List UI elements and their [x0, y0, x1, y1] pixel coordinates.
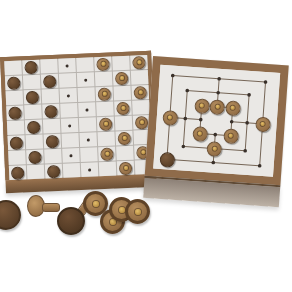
peg-hole-dot [87, 138, 90, 141]
brass-pin-icon [105, 152, 109, 156]
checkers-piece-f4[interactable] [99, 117, 113, 131]
checkers-square-b8[interactable] [22, 60, 40, 75]
morris-piece-e3[interactable] [223, 128, 239, 144]
checkers-piece-h6[interactable] [133, 86, 147, 100]
brass-pin-icon [101, 62, 105, 66]
checkers-square-d2[interactable] [62, 148, 80, 163]
peg-hole-dot [68, 124, 71, 127]
brass-pin-icon [231, 106, 235, 110]
morris-point-dot-d7[interactable] [217, 77, 221, 81]
brass-pin-icon [137, 60, 141, 64]
checkers-piece-c7[interactable] [43, 74, 57, 88]
checkers-piece-c1[interactable] [47, 164, 61, 178]
checkers-square-b1[interactable] [27, 165, 45, 180]
checkers-square-f1[interactable] [99, 161, 117, 176]
morris-frame [145, 56, 289, 185]
checkers-square-a3[interactable] [8, 135, 26, 150]
checkers-square-c1[interactable] [45, 164, 63, 179]
morris-piece-c5[interactable] [194, 98, 210, 114]
checkers-piece-a5[interactable] [8, 106, 22, 120]
brass-pin-icon [141, 150, 145, 154]
checkers-piece-g3[interactable] [117, 131, 131, 145]
checkers-grid [4, 55, 152, 180]
checkers-board [0, 51, 157, 193]
checkers-square-a5[interactable] [6, 105, 24, 120]
morris-point-dot-b6[interactable] [185, 89, 189, 93]
checkers-square-b3[interactable] [26, 135, 44, 150]
checkers-square-c5[interactable] [42, 104, 60, 119]
brass-pin-icon [121, 106, 125, 110]
checkers-square-g5[interactable] [114, 101, 132, 116]
brass-pin-icon [119, 207, 125, 213]
checkers-square-d3[interactable] [61, 133, 79, 148]
morris-point-dot-e4[interactable] [230, 120, 234, 124]
brass-pin-icon [212, 146, 216, 150]
checkers-square-e6[interactable] [78, 87, 96, 102]
morris-piece-e5[interactable] [225, 100, 241, 116]
morris-piece-c3[interactable] [192, 126, 208, 142]
checkers-square-f3[interactable] [97, 131, 115, 146]
checkers-square-e4[interactable] [79, 117, 97, 132]
brass-pin-icon [122, 136, 126, 140]
checkers-piece-c5[interactable] [44, 104, 58, 118]
checkers-frame [0, 51, 156, 180]
checkers-square-h7[interactable] [131, 70, 149, 85]
checkers-square-a7[interactable] [5, 75, 23, 90]
piece-dark-face [57, 207, 85, 235]
checkers-square-h6[interactable] [131, 85, 149, 100]
peg-hole-dot [85, 108, 88, 111]
brass-pin-icon [120, 76, 124, 80]
brass-pin-icon [200, 103, 204, 107]
morris-point-dot-f4[interactable] [245, 121, 249, 125]
checkers-square-c8[interactable] [40, 59, 58, 74]
checkers-piece-f8[interactable] [96, 57, 110, 71]
checkers-square-b4[interactable] [25, 120, 43, 135]
morris-point-dot-b4[interactable] [183, 117, 187, 121]
checkers-square-f7[interactable] [95, 71, 113, 86]
checkers-square-b2[interactable] [26, 150, 44, 165]
checkers-square-h5[interactable] [132, 100, 150, 115]
brass-pin-icon [198, 131, 202, 135]
checkers-square-a6[interactable] [6, 90, 24, 105]
peg-hole-dot [67, 94, 70, 97]
brass-pin-icon [135, 209, 141, 215]
checkers-piece-a1[interactable] [11, 166, 25, 180]
morris-point-dot-a7[interactable] [171, 74, 175, 78]
morris-piece-g4[interactable] [255, 116, 271, 132]
checkers-piece-b2[interactable] [28, 150, 42, 164]
checkers-square-e8[interactable] [76, 57, 94, 72]
piece-disc-dark [0, 200, 21, 230]
brass-pin-icon [139, 120, 143, 124]
checkers-square-g8[interactable] [112, 56, 130, 71]
checkers-square-b6[interactable] [24, 90, 42, 105]
checkers-piece-b8[interactable] [24, 60, 38, 74]
loose-piece-7-disc-pin[interactable] [125, 199, 150, 224]
checkers-square-d4[interactable] [61, 118, 79, 133]
morris-surface [153, 65, 280, 177]
brass-pin-icon [123, 166, 127, 170]
checkers-square-e5[interactable] [78, 102, 96, 117]
checkers-square-g2[interactable] [116, 146, 134, 161]
brass-pin-icon [215, 105, 219, 109]
checkers-square-c7[interactable] [41, 74, 59, 89]
checkers-piece-a7[interactable] [7, 76, 21, 90]
checkers-square-d1[interactable] [63, 163, 81, 178]
morris-point-dot-f6[interactable] [247, 93, 251, 97]
checkers-piece-h8[interactable] [132, 56, 146, 70]
checkers-square-e3[interactable] [79, 132, 97, 147]
checkers-piece-b6[interactable] [26, 90, 40, 104]
checkers-square-f4[interactable] [97, 116, 115, 131]
checkers-square-a4[interactable] [7, 120, 25, 135]
checkers-square-d7[interactable] [59, 73, 77, 88]
checkers-piece-h4[interactable] [135, 115, 149, 129]
brass-pin-icon [229, 134, 233, 138]
peg-hole-dot [84, 78, 87, 81]
loose-piece-1-disc-face-dark[interactable] [0, 200, 21, 230]
checkers-square-a8[interactable] [4, 60, 22, 75]
checkers-square-a1[interactable] [9, 165, 27, 180]
piece-disc-with-pin [125, 199, 150, 224]
checkers-square-c3[interactable] [44, 134, 62, 149]
morris-point-dot-b2[interactable] [181, 145, 185, 149]
checkers-square-f2[interactable] [98, 146, 116, 161]
morris-piece-a4[interactable] [162, 109, 178, 125]
brass-pin-icon [260, 122, 264, 126]
checkers-square-d6[interactable] [60, 88, 78, 103]
checkers-piece-g5[interactable] [116, 101, 130, 115]
morris-point-dot-d1[interactable] [211, 161, 215, 165]
checkers-square-d8[interactable] [58, 58, 76, 73]
checkers-piece-a3[interactable] [10, 136, 24, 150]
scene-photo [0, 0, 292, 292]
morris-board [143, 56, 289, 207]
morris-point-dot-c4[interactable] [199, 118, 203, 122]
checkers-square-g1[interactable] [117, 161, 135, 176]
checkers-square-e2[interactable] [80, 147, 98, 162]
checkers-square-f6[interactable] [95, 86, 113, 101]
checkers-square-e7[interactable] [77, 72, 95, 87]
checkers-square-b7[interactable] [23, 75, 41, 90]
checkers-square-g3[interactable] [115, 131, 133, 146]
checkers-piece-f6[interactable] [98, 87, 112, 101]
checkers-piece-g1[interactable] [119, 161, 133, 175]
brass-pin-icon [102, 92, 106, 96]
peg-hole-dot [69, 154, 72, 157]
checkers-square-f8[interactable] [94, 57, 112, 72]
checkers-square-a2[interactable] [8, 150, 26, 165]
checkers-square-h8[interactable] [130, 55, 148, 70]
checkers-square-c6[interactable] [42, 89, 60, 104]
morris-point-dot-g7[interactable] [264, 80, 268, 84]
morris-point-dot-d6[interactable] [216, 91, 220, 95]
checkers-square-c2[interactable] [44, 149, 62, 164]
checkers-square-g7[interactable] [113, 71, 131, 86]
checkers-piece-g7[interactable] [115, 71, 129, 85]
checkers-square-g4[interactable] [115, 116, 133, 131]
brass-pin-icon [93, 201, 99, 207]
brass-pin-icon [138, 90, 142, 94]
checkers-piece-c3[interactable] [46, 134, 60, 148]
morris-point-dot-d3[interactable] [213, 133, 217, 137]
morris-point-dot-g1[interactable] [258, 164, 262, 168]
checkers-piece-f2[interactable] [100, 147, 114, 161]
peg-hole-dot [88, 168, 91, 171]
checkers-square-f5[interactable] [96, 101, 114, 116]
morris-point-dot-f2[interactable] [243, 149, 247, 153]
brass-pin-icon [104, 122, 108, 126]
checkers-square-e1[interactable] [81, 162, 99, 177]
peg-hole-dot [65, 64, 68, 67]
brass-pin-icon [168, 115, 172, 119]
checkers-square-b5[interactable] [24, 105, 42, 120]
checkers-square-g6[interactable] [113, 86, 131, 101]
checkers-piece-b4[interactable] [27, 120, 41, 134]
checkers-square-d5[interactable] [60, 103, 78, 118]
morris-piece-a1[interactable] [159, 151, 175, 167]
checkers-square-c4[interactable] [43, 119, 61, 134]
